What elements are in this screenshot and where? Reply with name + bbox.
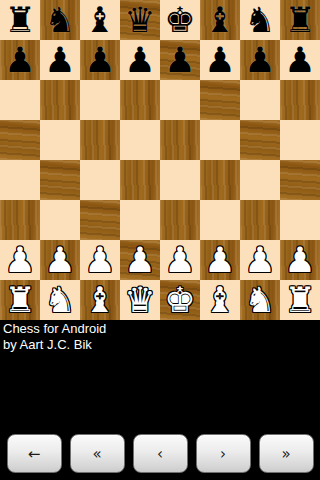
next-move-button[interactable]: › bbox=[196, 434, 251, 473]
square-e4[interactable] bbox=[160, 160, 200, 200]
square-b5[interactable] bbox=[40, 120, 80, 160]
square-d2[interactable]: ♟ bbox=[120, 240, 160, 280]
square-h7[interactable]: ♟ bbox=[280, 40, 320, 80]
black-rook: ♜ bbox=[284, 0, 315, 40]
square-e5[interactable] bbox=[160, 120, 200, 160]
white-rook: ♜ bbox=[284, 280, 315, 320]
black-pawn: ♟ bbox=[4, 40, 35, 80]
square-c2[interactable]: ♟ bbox=[80, 240, 120, 280]
square-c7[interactable]: ♟ bbox=[80, 40, 120, 80]
white-pawn: ♟ bbox=[164, 240, 195, 280]
square-c3[interactable] bbox=[80, 200, 120, 240]
square-b6[interactable] bbox=[40, 80, 80, 120]
square-a4[interactable] bbox=[0, 160, 40, 200]
black-pawn: ♟ bbox=[164, 40, 195, 80]
square-g8[interactable]: ♞ bbox=[240, 0, 280, 40]
square-b3[interactable] bbox=[40, 200, 80, 240]
square-d4[interactable] bbox=[120, 160, 160, 200]
white-knight: ♞ bbox=[244, 280, 275, 320]
white-pawn: ♟ bbox=[284, 240, 315, 280]
white-pawn: ♟ bbox=[204, 240, 235, 280]
app-title: Chess for Android bbox=[3, 321, 106, 337]
square-d6[interactable] bbox=[120, 80, 160, 120]
square-b1[interactable]: ♞ bbox=[40, 280, 80, 320]
white-pawn: ♟ bbox=[124, 240, 155, 280]
last-move-button[interactable]: » bbox=[259, 434, 314, 473]
white-pawn: ♟ bbox=[44, 240, 75, 280]
square-g4[interactable] bbox=[240, 160, 280, 200]
black-pawn: ♟ bbox=[244, 40, 275, 80]
white-rook: ♜ bbox=[4, 280, 35, 320]
square-b4[interactable] bbox=[40, 160, 80, 200]
navigation-toolbar: ← « ‹ › » bbox=[0, 434, 320, 473]
square-f2[interactable]: ♟ bbox=[200, 240, 240, 280]
black-king: ♚ bbox=[164, 0, 195, 40]
square-h4[interactable] bbox=[280, 160, 320, 200]
black-knight: ♞ bbox=[44, 0, 75, 40]
square-e2[interactable]: ♟ bbox=[160, 240, 200, 280]
square-a1[interactable]: ♜ bbox=[0, 280, 40, 320]
white-knight: ♞ bbox=[44, 280, 75, 320]
square-e3[interactable] bbox=[160, 200, 200, 240]
square-d3[interactable] bbox=[120, 200, 160, 240]
black-pawn: ♟ bbox=[204, 40, 235, 80]
square-c1[interactable]: ♝ bbox=[80, 280, 120, 320]
first-move-button[interactable]: « bbox=[70, 434, 125, 473]
square-f4[interactable] bbox=[200, 160, 240, 200]
square-h2[interactable]: ♟ bbox=[280, 240, 320, 280]
white-pawn: ♟ bbox=[244, 240, 275, 280]
square-b2[interactable]: ♟ bbox=[40, 240, 80, 280]
square-h8[interactable]: ♜ bbox=[280, 0, 320, 40]
white-bishop: ♝ bbox=[204, 280, 235, 320]
white-pawn: ♟ bbox=[4, 240, 35, 280]
square-a2[interactable]: ♟ bbox=[0, 240, 40, 280]
square-g3[interactable] bbox=[240, 200, 280, 240]
black-knight: ♞ bbox=[244, 0, 275, 40]
chess-board: ♜♞♝♛♚♝♞♜♟♟♟♟♟♟♟♟♟♟♟♟♟♟♟♟♜♞♝♛♚♝♞♜ bbox=[0, 0, 320, 320]
square-b7[interactable]: ♟ bbox=[40, 40, 80, 80]
white-king: ♚ bbox=[164, 280, 195, 320]
square-d5[interactable] bbox=[120, 120, 160, 160]
square-h6[interactable] bbox=[280, 80, 320, 120]
square-f5[interactable] bbox=[200, 120, 240, 160]
square-d1[interactable]: ♛ bbox=[120, 280, 160, 320]
black-bishop: ♝ bbox=[204, 0, 235, 40]
square-b8[interactable]: ♞ bbox=[40, 0, 80, 40]
white-pawn: ♟ bbox=[84, 240, 115, 280]
square-g6[interactable] bbox=[240, 80, 280, 120]
square-e1[interactable]: ♚ bbox=[160, 280, 200, 320]
previous-move-button[interactable]: ‹ bbox=[133, 434, 188, 473]
square-d7[interactable]: ♟ bbox=[120, 40, 160, 80]
square-c4[interactable] bbox=[80, 160, 120, 200]
square-g2[interactable]: ♟ bbox=[240, 240, 280, 280]
square-e6[interactable] bbox=[160, 80, 200, 120]
square-h1[interactable]: ♜ bbox=[280, 280, 320, 320]
square-g5[interactable] bbox=[240, 120, 280, 160]
black-bishop: ♝ bbox=[84, 0, 115, 40]
black-pawn: ♟ bbox=[124, 40, 155, 80]
square-f7[interactable]: ♟ bbox=[200, 40, 240, 80]
square-h5[interactable] bbox=[280, 120, 320, 160]
black-pawn: ♟ bbox=[84, 40, 115, 80]
app-info: Chess for Android by Aart J.C. Bik bbox=[3, 321, 106, 353]
square-f8[interactable]: ♝ bbox=[200, 0, 240, 40]
square-c6[interactable] bbox=[80, 80, 120, 120]
square-e8[interactable]: ♚ bbox=[160, 0, 200, 40]
white-queen: ♛ bbox=[124, 280, 155, 320]
square-a7[interactable]: ♟ bbox=[0, 40, 40, 80]
app-author: by Aart J.C. Bik bbox=[3, 337, 106, 353]
black-pawn: ♟ bbox=[44, 40, 75, 80]
square-h3[interactable] bbox=[280, 200, 320, 240]
black-rook: ♜ bbox=[4, 0, 35, 40]
square-a5[interactable] bbox=[0, 120, 40, 160]
square-f6[interactable] bbox=[200, 80, 240, 120]
square-f1[interactable]: ♝ bbox=[200, 280, 240, 320]
square-g7[interactable]: ♟ bbox=[240, 40, 280, 80]
square-c8[interactable]: ♝ bbox=[80, 0, 120, 40]
black-queen: ♛ bbox=[124, 0, 155, 40]
square-a8[interactable]: ♜ bbox=[0, 0, 40, 40]
square-f3[interactable] bbox=[200, 200, 240, 240]
black-pawn: ♟ bbox=[284, 40, 315, 80]
back-button[interactable]: ← bbox=[7, 434, 62, 473]
white-bishop: ♝ bbox=[84, 280, 115, 320]
square-e7[interactable]: ♟ bbox=[160, 40, 200, 80]
square-g1[interactable]: ♞ bbox=[240, 280, 280, 320]
square-c5[interactable] bbox=[80, 120, 120, 160]
square-d8[interactable]: ♛ bbox=[120, 0, 160, 40]
square-a6[interactable] bbox=[0, 80, 40, 120]
square-a3[interactable] bbox=[0, 200, 40, 240]
